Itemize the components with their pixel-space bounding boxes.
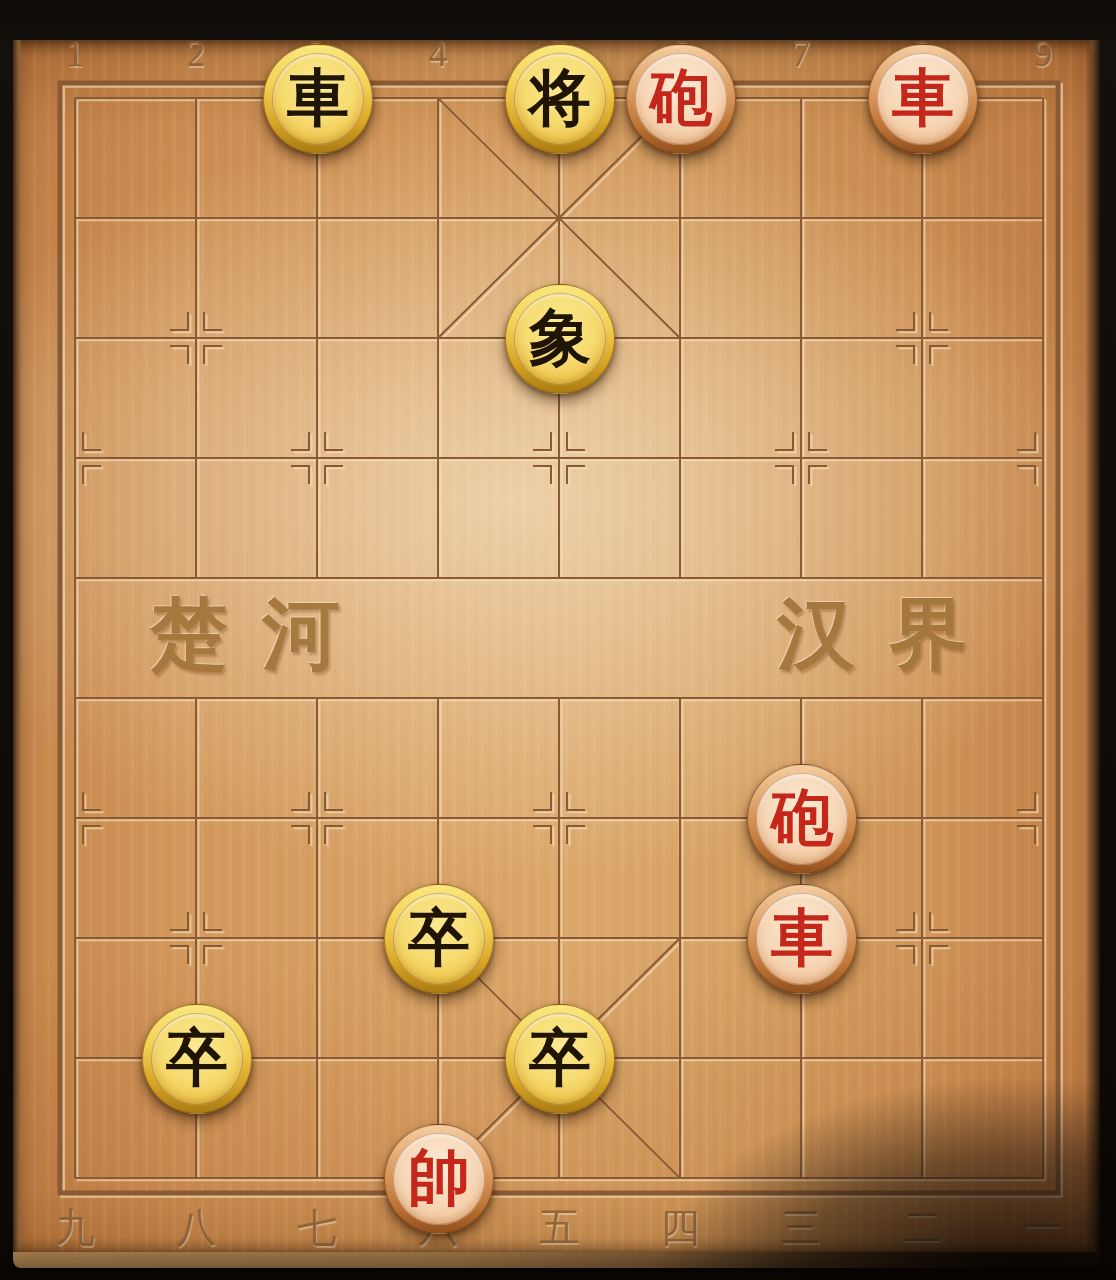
piece-character: 砲 — [650, 67, 712, 129]
piece-face: 車 — [272, 53, 364, 145]
piece-face: 砲 — [635, 53, 727, 145]
piece-red-chariot[interactable]: 車 — [747, 884, 857, 994]
piece-black-pawn-center[interactable]: 卒 — [384, 884, 494, 994]
piece-face: 卒 — [514, 1013, 606, 1105]
piece-character: 車 — [287, 67, 349, 129]
piece-character: 卒 — [408, 907, 470, 969]
piece-red-cannon-top[interactable]: 砲 — [626, 44, 736, 154]
pieces-layer: 車将砲車象砲卒車卒卒帥 — [0, 0, 1116, 1280]
piece-black-pawn-right[interactable]: 卒 — [505, 1004, 615, 1114]
piece-character: 車 — [892, 67, 954, 129]
xiangqi-app: 123456789 九八七六五四三二一 楚河 汉界 車将砲車象砲卒車卒卒帥 — [0, 0, 1116, 1280]
piece-character: 将 — [529, 67, 591, 129]
piece-black-pawn-left[interactable]: 卒 — [142, 1004, 252, 1114]
piece-character: 砲 — [771, 787, 833, 849]
piece-face: 帥 — [393, 1133, 485, 1225]
piece-character: 卒 — [166, 1027, 228, 1089]
piece-black-chariot[interactable]: 車 — [263, 44, 373, 154]
piece-character: 車 — [771, 907, 833, 969]
piece-red-chariot-top[interactable]: 車 — [868, 44, 978, 154]
piece-face: 砲 — [756, 773, 848, 865]
piece-character: 象 — [529, 307, 591, 369]
piece-face: 卒 — [151, 1013, 243, 1105]
piece-red-general[interactable]: 帥 — [384, 1124, 494, 1234]
piece-face: 車 — [877, 53, 969, 145]
piece-black-elephant[interactable]: 象 — [505, 284, 615, 394]
piece-face: 将 — [514, 53, 606, 145]
piece-face: 象 — [514, 293, 606, 385]
piece-face: 車 — [756, 893, 848, 985]
piece-character: 卒 — [529, 1027, 591, 1089]
piece-red-cannon[interactable]: 砲 — [747, 764, 857, 874]
piece-face: 卒 — [393, 893, 485, 985]
piece-character: 帥 — [408, 1147, 470, 1209]
piece-black-general[interactable]: 将 — [505, 44, 615, 154]
